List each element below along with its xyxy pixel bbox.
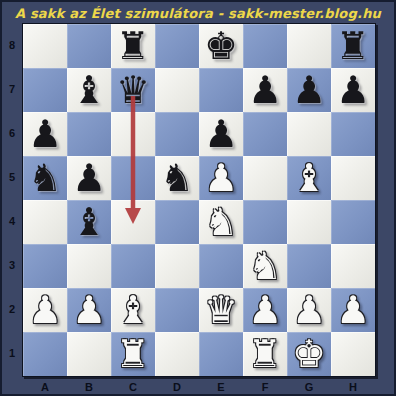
square-a6[interactable]: ♟	[23, 112, 67, 156]
piece-black-pawn[interactable]: ♟	[336, 68, 370, 112]
square-e7[interactable]	[199, 68, 243, 112]
square-f1[interactable]: ♜	[243, 332, 287, 376]
square-g3[interactable]	[287, 244, 331, 288]
piece-white-bishop[interactable]: ♝	[116, 288, 150, 332]
file-label-d: D	[155, 378, 199, 395]
square-d4[interactable]	[155, 200, 199, 244]
chess-app-window: A sakk az Élet szimulátora - sakk-mester…	[0, 0, 396, 396]
piece-white-pawn[interactable]: ♟	[248, 288, 282, 332]
square-b5[interactable]: ♟	[67, 156, 111, 200]
square-c1[interactable]: ♜	[111, 332, 155, 376]
square-c2[interactable]: ♝	[111, 288, 155, 332]
square-f8[interactable]	[243, 24, 287, 68]
square-g4[interactable]	[287, 200, 331, 244]
rank-label-1: 1	[2, 331, 22, 375]
square-a7[interactable]	[23, 68, 67, 112]
piece-black-bishop[interactable]: ♝	[72, 200, 106, 244]
square-b4[interactable]: ♝	[67, 200, 111, 244]
square-a4[interactable]	[23, 200, 67, 244]
board-frame: ♜♚♜♝♛♟♟♟♟♟♞♟♞♟♝♝♞♞♟♟♝♛♟♟♟♜♜♚	[22, 23, 376, 377]
piece-white-king[interactable]: ♚	[292, 332, 326, 376]
square-c3[interactable]	[111, 244, 155, 288]
square-f7[interactable]: ♟	[243, 68, 287, 112]
rank-label-2: 2	[2, 287, 22, 331]
file-label-h: H	[331, 378, 375, 395]
square-d6[interactable]	[155, 112, 199, 156]
square-b2[interactable]: ♟	[67, 288, 111, 332]
square-h7[interactable]: ♟	[331, 68, 375, 112]
rank-label-7: 7	[2, 67, 22, 111]
square-d8[interactable]	[155, 24, 199, 68]
square-a1[interactable]	[23, 332, 67, 376]
square-d1[interactable]	[155, 332, 199, 376]
square-h3[interactable]	[331, 244, 375, 288]
piece-white-knight[interactable]: ♞	[248, 244, 282, 288]
piece-black-knight[interactable]: ♞	[160, 156, 194, 200]
square-f4[interactable]	[243, 200, 287, 244]
square-c6[interactable]	[111, 112, 155, 156]
piece-white-pawn[interactable]: ♟	[336, 288, 370, 332]
file-label-c: C	[111, 378, 155, 395]
square-d7[interactable]	[155, 68, 199, 112]
square-b7[interactable]: ♝	[67, 68, 111, 112]
square-d2[interactable]	[155, 288, 199, 332]
square-d5[interactable]: ♞	[155, 156, 199, 200]
square-g7[interactable]: ♟	[287, 68, 331, 112]
square-a8[interactable]	[23, 24, 67, 68]
piece-white-pawn[interactable]: ♟	[72, 288, 106, 332]
square-f3[interactable]: ♞	[243, 244, 287, 288]
square-b8[interactable]	[67, 24, 111, 68]
piece-black-queen[interactable]: ♛	[116, 68, 150, 112]
square-b6[interactable]	[67, 112, 111, 156]
piece-white-queen[interactable]: ♛	[204, 288, 238, 332]
rank-label-5: 5	[2, 155, 22, 199]
piece-white-rook[interactable]: ♜	[116, 332, 150, 376]
square-h4[interactable]	[331, 200, 375, 244]
square-f2[interactable]: ♟	[243, 288, 287, 332]
square-e8[interactable]: ♚	[199, 24, 243, 68]
square-e4[interactable]: ♞	[199, 200, 243, 244]
square-h2[interactable]: ♟	[331, 288, 375, 332]
title-bar: A sakk az Élet szimulátora - sakk-mester…	[2, 2, 394, 24]
square-h6[interactable]	[331, 112, 375, 156]
square-a3[interactable]	[23, 244, 67, 288]
square-e3[interactable]	[199, 244, 243, 288]
piece-black-pawn[interactable]: ♟	[248, 68, 282, 112]
chess-board: ♜♚♜♝♛♟♟♟♟♟♞♟♞♟♝♝♞♞♟♟♝♛♟♟♟♜♜♚	[23, 24, 375, 376]
piece-white-pawn[interactable]: ♟	[28, 288, 62, 332]
square-g1[interactable]: ♚	[287, 332, 331, 376]
file-label-a: A	[23, 378, 67, 395]
square-e5[interactable]: ♟	[199, 156, 243, 200]
square-a5[interactable]: ♞	[23, 156, 67, 200]
square-g8[interactable]	[287, 24, 331, 68]
piece-white-rook[interactable]: ♜	[248, 332, 282, 376]
square-c7[interactable]: ♛	[111, 68, 155, 112]
square-d3[interactable]	[155, 244, 199, 288]
file-label-g: G	[287, 378, 331, 395]
square-g2[interactable]: ♟	[287, 288, 331, 332]
square-h8[interactable]: ♜	[331, 24, 375, 68]
square-a2[interactable]: ♟	[23, 288, 67, 332]
file-label-b: B	[67, 378, 111, 395]
file-label-f: F	[243, 378, 287, 395]
piece-black-knight[interactable]: ♞	[28, 156, 62, 200]
piece-black-pawn[interactable]: ♟	[72, 156, 106, 200]
square-h1[interactable]	[331, 332, 375, 376]
file-label-e: E	[199, 378, 243, 395]
piece-black-pawn[interactable]: ♟	[28, 112, 62, 156]
square-c8[interactable]: ♜	[111, 24, 155, 68]
square-b1[interactable]	[67, 332, 111, 376]
square-h5[interactable]	[331, 156, 375, 200]
piece-black-rook[interactable]: ♜	[116, 24, 150, 68]
piece-white-pawn[interactable]: ♟	[204, 156, 238, 200]
square-g6[interactable]	[287, 112, 331, 156]
square-e2[interactable]: ♛	[199, 288, 243, 332]
rank-label-8: 8	[2, 23, 22, 67]
square-g5[interactable]: ♝	[287, 156, 331, 200]
rank-label-4: 4	[2, 199, 22, 243]
square-b3[interactable]	[67, 244, 111, 288]
piece-black-bishop[interactable]: ♝	[72, 68, 106, 112]
piece-black-pawn[interactable]: ♟	[204, 112, 238, 156]
piece-white-bishop[interactable]: ♝	[292, 156, 326, 200]
square-e6[interactable]: ♟	[199, 112, 243, 156]
piece-white-pawn[interactable]: ♟	[292, 288, 326, 332]
square-f5[interactable]	[243, 156, 287, 200]
square-c5[interactable]	[111, 156, 155, 200]
piece-black-pawn[interactable]: ♟	[292, 68, 326, 112]
file-labels: ABCDEFGH	[23, 378, 375, 395]
square-f6[interactable]	[243, 112, 287, 156]
rank-label-3: 3	[2, 243, 22, 287]
square-e1[interactable]	[199, 332, 243, 376]
page-title: A sakk az Élet szimulátora - sakk-mester…	[15, 6, 381, 21]
piece-black-king[interactable]: ♚	[204, 24, 238, 68]
rank-labels: 87654321	[2, 23, 22, 377]
square-c4[interactable]	[111, 200, 155, 244]
piece-white-knight[interactable]: ♞	[204, 200, 238, 244]
rank-label-6: 6	[2, 111, 22, 155]
piece-black-rook[interactable]: ♜	[336, 24, 370, 68]
